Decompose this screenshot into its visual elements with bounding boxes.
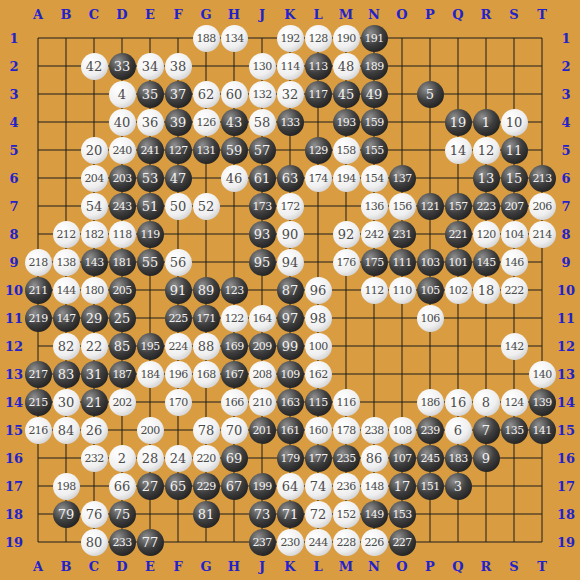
stone-N6[interactable]: 154 xyxy=(361,165,388,192)
stone-K4[interactable]: 133 xyxy=(277,109,304,136)
stone-H14[interactable]: 166 xyxy=(221,389,248,416)
stone-C2[interactable]: 42 xyxy=(81,53,108,80)
move-number: 101 xyxy=(448,257,467,268)
stone-S12[interactable]: 142 xyxy=(501,333,528,360)
move-number: 119 xyxy=(140,229,159,240)
stone-K15[interactable]: 161 xyxy=(277,417,304,444)
row-label-right-11: 11 xyxy=(557,311,575,326)
go-board[interactable]: AABBCCDDEEFFGGHHJJKKLLMMNNOOPPQQRRSSTT11… xyxy=(0,0,580,580)
stone-J14[interactable]: 210 xyxy=(249,389,276,416)
move-number: 210 xyxy=(252,397,271,408)
stone-B18[interactable]: 79 xyxy=(53,501,80,528)
stone-H16[interactable]: 69 xyxy=(221,445,248,472)
move-number: 29 xyxy=(86,312,103,325)
row-label-left-7: 7 xyxy=(9,199,18,214)
stone-G13[interactable]: 168 xyxy=(193,361,220,388)
stone-C10[interactable]: 180 xyxy=(81,277,108,304)
stone-N4[interactable]: 159 xyxy=(361,109,388,136)
move-number: 240 xyxy=(112,145,131,156)
stone-P7[interactable]: 121 xyxy=(417,193,444,220)
stone-K19[interactable]: 230 xyxy=(277,529,304,556)
stone-M6[interactable]: 194 xyxy=(333,165,360,192)
column-label-top-L: L xyxy=(313,7,322,22)
stone-K9[interactable]: 94 xyxy=(277,249,304,276)
stone-B15[interactable]: 84 xyxy=(53,417,80,444)
stone-G4[interactable]: 126 xyxy=(193,109,220,136)
move-number: 221 xyxy=(448,229,467,240)
stone-N2[interactable]: 189 xyxy=(361,53,388,80)
stone-G11[interactable]: 171 xyxy=(193,305,220,332)
stone-M9[interactable]: 176 xyxy=(333,249,360,276)
stone-G12[interactable]: 88 xyxy=(193,333,220,360)
stone-F10[interactable]: 91 xyxy=(165,277,192,304)
stone-K3[interactable]: 32 xyxy=(277,81,304,108)
stone-Q4[interactable]: 19 xyxy=(445,109,472,136)
stone-D18[interactable]: 75 xyxy=(109,501,136,528)
stone-E19[interactable]: 77 xyxy=(137,529,164,556)
stone-P9[interactable]: 103 xyxy=(417,249,444,276)
stone-H13[interactable]: 167 xyxy=(221,361,248,388)
move-number: 45 xyxy=(338,88,355,101)
move-number: 47 xyxy=(170,172,187,185)
stone-H10[interactable]: 123 xyxy=(221,277,248,304)
stone-B11[interactable]: 147 xyxy=(53,305,80,332)
move-number: 71 xyxy=(282,508,299,521)
stone-J8[interactable]: 93 xyxy=(249,221,276,248)
move-number: 118 xyxy=(112,229,131,240)
move-number: 124 xyxy=(504,397,523,408)
stone-F3[interactable]: 37 xyxy=(165,81,192,108)
stone-S15[interactable]: 135 xyxy=(501,417,528,444)
stone-C11[interactable]: 29 xyxy=(81,305,108,332)
stone-C18[interactable]: 76 xyxy=(81,501,108,528)
move-number: 116 xyxy=(336,397,355,408)
move-number: 194 xyxy=(336,173,355,184)
move-number: 184 xyxy=(140,369,159,380)
stone-H3[interactable]: 60 xyxy=(221,81,248,108)
stone-S8[interactable]: 104 xyxy=(501,221,528,248)
stone-N8[interactable]: 242 xyxy=(361,221,388,248)
stone-O10[interactable]: 110 xyxy=(389,277,416,304)
stone-R8[interactable]: 120 xyxy=(473,221,500,248)
stone-E6[interactable]: 53 xyxy=(137,165,164,192)
stone-C5[interactable]: 20 xyxy=(81,137,108,164)
stone-R14[interactable]: 8 xyxy=(473,389,500,416)
stone-F6[interactable]: 47 xyxy=(165,165,192,192)
stone-C7[interactable]: 54 xyxy=(81,193,108,220)
stone-D12[interactable]: 85 xyxy=(109,333,136,360)
move-number: 40 xyxy=(114,116,131,129)
stone-J4[interactable]: 58 xyxy=(249,109,276,136)
stone-O16[interactable]: 107 xyxy=(389,445,416,472)
stone-N16[interactable]: 86 xyxy=(361,445,388,472)
move-number: 172 xyxy=(280,201,299,212)
stone-D19[interactable]: 233 xyxy=(109,529,136,556)
stone-R4[interactable]: 1 xyxy=(473,109,500,136)
stone-M16[interactable]: 235 xyxy=(333,445,360,472)
stone-C6[interactable]: 204 xyxy=(81,165,108,192)
stone-B9[interactable]: 138 xyxy=(53,249,80,276)
stone-L13[interactable]: 162 xyxy=(305,361,332,388)
stone-D4[interactable]: 40 xyxy=(109,109,136,136)
stone-E4[interactable]: 36 xyxy=(137,109,164,136)
stone-N18[interactable]: 149 xyxy=(361,501,388,528)
stone-F4[interactable]: 39 xyxy=(165,109,192,136)
stone-K13[interactable]: 109 xyxy=(277,361,304,388)
stone-H5[interactable]: 59 xyxy=(221,137,248,164)
move-number: 85 xyxy=(114,340,131,353)
stone-L3[interactable]: 117 xyxy=(305,81,332,108)
stone-Q7[interactable]: 157 xyxy=(445,193,472,220)
move-number: 65 xyxy=(170,480,187,493)
stone-S5[interactable]: 11 xyxy=(501,137,528,164)
stone-J2[interactable]: 130 xyxy=(249,53,276,80)
stone-K12[interactable]: 99 xyxy=(277,333,304,360)
stone-K14[interactable]: 163 xyxy=(277,389,304,416)
stone-N7[interactable]: 136 xyxy=(361,193,388,220)
stone-J17[interactable]: 199 xyxy=(249,473,276,500)
move-number: 69 xyxy=(226,452,243,465)
move-number: 238 xyxy=(364,425,383,436)
stone-C8[interactable]: 182 xyxy=(81,221,108,248)
stone-F9[interactable]: 56 xyxy=(165,249,192,276)
stone-G1[interactable]: 188 xyxy=(193,25,220,52)
stone-D3[interactable]: 4 xyxy=(109,81,136,108)
stone-M3[interactable]: 45 xyxy=(333,81,360,108)
stone-H11[interactable]: 122 xyxy=(221,305,248,332)
stone-B8[interactable]: 212 xyxy=(53,221,80,248)
stone-T6[interactable]: 213 xyxy=(529,165,556,192)
stone-D7[interactable]: 243 xyxy=(109,193,136,220)
stone-C19[interactable]: 80 xyxy=(81,529,108,556)
stone-E5[interactable]: 241 xyxy=(137,137,164,164)
stone-J7[interactable]: 173 xyxy=(249,193,276,220)
move-number: 55 xyxy=(142,256,159,269)
stone-O8[interactable]: 231 xyxy=(389,221,416,248)
stone-N19[interactable]: 226 xyxy=(361,529,388,556)
stone-D8[interactable]: 118 xyxy=(109,221,136,248)
move-number: 61 xyxy=(254,172,271,185)
stone-A9[interactable]: 218 xyxy=(25,249,52,276)
move-number: 114 xyxy=(280,61,299,72)
row-label-left-8: 8 xyxy=(9,227,18,242)
move-number: 9 xyxy=(482,452,490,465)
stone-N9[interactable]: 175 xyxy=(361,249,388,276)
stone-T8[interactable]: 214 xyxy=(529,221,556,248)
move-number: 26 xyxy=(86,424,103,437)
column-label-bottom-L: L xyxy=(313,559,322,574)
stone-F12[interactable]: 224 xyxy=(165,333,192,360)
move-number: 174 xyxy=(308,173,327,184)
stone-O18[interactable]: 153 xyxy=(389,501,416,528)
stone-B10[interactable]: 144 xyxy=(53,277,80,304)
stone-N3[interactable]: 49 xyxy=(361,81,388,108)
stone-B12[interactable]: 82 xyxy=(53,333,80,360)
stone-G5[interactable]: 131 xyxy=(193,137,220,164)
stone-Q8[interactable]: 221 xyxy=(445,221,472,248)
stone-A13[interactable]: 217 xyxy=(25,361,52,388)
stone-G7[interactable]: 52 xyxy=(193,193,220,220)
stone-D9[interactable]: 181 xyxy=(109,249,136,276)
stone-L17[interactable]: 74 xyxy=(305,473,332,500)
stone-C16[interactable]: 232 xyxy=(81,445,108,472)
stone-Q16[interactable]: 183 xyxy=(445,445,472,472)
stone-E8[interactable]: 119 xyxy=(137,221,164,248)
stone-R6[interactable]: 13 xyxy=(473,165,500,192)
stone-O6[interactable]: 137 xyxy=(389,165,416,192)
stone-N10[interactable]: 112 xyxy=(361,277,388,304)
stone-N17[interactable]: 148 xyxy=(361,473,388,500)
stone-A10[interactable]: 211 xyxy=(25,277,52,304)
stone-L11[interactable]: 98 xyxy=(305,305,332,332)
stone-J6[interactable]: 61 xyxy=(249,165,276,192)
stone-J19[interactable]: 237 xyxy=(249,529,276,556)
stone-D14[interactable]: 202 xyxy=(109,389,136,416)
stone-F7[interactable]: 50 xyxy=(165,193,192,220)
stone-H17[interactable]: 67 xyxy=(221,473,248,500)
stone-K1[interactable]: 192 xyxy=(277,25,304,52)
stone-Q17[interactable]: 3 xyxy=(445,473,472,500)
stone-E16[interactable]: 28 xyxy=(137,445,164,472)
stone-E17[interactable]: 27 xyxy=(137,473,164,500)
stone-J9[interactable]: 95 xyxy=(249,249,276,276)
stone-H4[interactable]: 43 xyxy=(221,109,248,136)
stone-J18[interactable]: 73 xyxy=(249,501,276,528)
row-label-right-15: 15 xyxy=(557,423,575,438)
move-number: 218 xyxy=(28,257,47,268)
move-number: 98 xyxy=(310,312,327,325)
stone-M8[interactable]: 92 xyxy=(333,221,360,248)
stone-D2[interactable]: 33 xyxy=(109,53,136,80)
stone-Q15[interactable]: 6 xyxy=(445,417,472,444)
stone-S14[interactable]: 124 xyxy=(501,389,528,416)
stone-C13[interactable]: 31 xyxy=(81,361,108,388)
stone-J13[interactable]: 208 xyxy=(249,361,276,388)
stone-M1[interactable]: 190 xyxy=(333,25,360,52)
stone-M15[interactable]: 178 xyxy=(333,417,360,444)
stone-N5[interactable]: 155 xyxy=(361,137,388,164)
move-number: 127 xyxy=(168,145,187,156)
stone-O19[interactable]: 227 xyxy=(389,529,416,556)
stone-K11[interactable]: 97 xyxy=(277,305,304,332)
stone-F5[interactable]: 127 xyxy=(165,137,192,164)
stone-G3[interactable]: 62 xyxy=(193,81,220,108)
stone-P16[interactable]: 245 xyxy=(417,445,444,472)
stone-T7[interactable]: 206 xyxy=(529,193,556,220)
stone-G15[interactable]: 78 xyxy=(193,417,220,444)
stone-T13[interactable]: 140 xyxy=(529,361,556,388)
move-number: 88 xyxy=(198,340,215,353)
stone-R5[interactable]: 12 xyxy=(473,137,500,164)
move-number: 222 xyxy=(504,285,523,296)
stone-H6[interactable]: 46 xyxy=(221,165,248,192)
stone-J3[interactable]: 132 xyxy=(249,81,276,108)
stone-S6[interactable]: 15 xyxy=(501,165,528,192)
stone-E13[interactable]: 184 xyxy=(137,361,164,388)
stone-F11[interactable]: 225 xyxy=(165,305,192,332)
stone-M14[interactable]: 116 xyxy=(333,389,360,416)
move-number: 17 xyxy=(394,480,411,493)
move-number: 66 xyxy=(114,480,131,493)
stone-Q5[interactable]: 14 xyxy=(445,137,472,164)
stone-L18[interactable]: 72 xyxy=(305,501,332,528)
stone-P11[interactable]: 106 xyxy=(417,305,444,332)
stone-L12[interactable]: 100 xyxy=(305,333,332,360)
move-number: 189 xyxy=(364,61,383,72)
stone-G18[interactable]: 81 xyxy=(193,501,220,528)
stone-L10[interactable]: 96 xyxy=(305,277,332,304)
stone-D11[interactable]: 25 xyxy=(109,305,136,332)
stone-B17[interactable]: 198 xyxy=(53,473,80,500)
stone-B13[interactable]: 83 xyxy=(53,361,80,388)
stone-K10[interactable]: 87 xyxy=(277,277,304,304)
stone-F16[interactable]: 24 xyxy=(165,445,192,472)
stone-O17[interactable]: 17 xyxy=(389,473,416,500)
move-number: 153 xyxy=(392,509,411,520)
move-number: 43 xyxy=(226,116,243,129)
stone-N1[interactable]: 191 xyxy=(361,25,388,52)
stone-D10[interactable]: 205 xyxy=(109,277,136,304)
stone-J15[interactable]: 201 xyxy=(249,417,276,444)
stone-M17[interactable]: 236 xyxy=(333,473,360,500)
stone-D13[interactable]: 187 xyxy=(109,361,136,388)
move-number: 21 xyxy=(86,396,103,409)
column-label-bottom-J: J xyxy=(259,559,265,574)
stone-O7[interactable]: 156 xyxy=(389,193,416,220)
row-label-right-4: 4 xyxy=(561,115,570,130)
stone-A15[interactable]: 216 xyxy=(25,417,52,444)
stone-L16[interactable]: 177 xyxy=(305,445,332,472)
stone-M19[interactable]: 228 xyxy=(333,529,360,556)
stone-O9[interactable]: 111 xyxy=(389,249,416,276)
stone-C15[interactable]: 26 xyxy=(81,417,108,444)
row-label-right-17: 17 xyxy=(557,479,575,494)
stone-Q9[interactable]: 101 xyxy=(445,249,472,276)
stone-E12[interactable]: 195 xyxy=(137,333,164,360)
stone-E15[interactable]: 200 xyxy=(137,417,164,444)
stone-G10[interactable]: 89 xyxy=(193,277,220,304)
stone-P10[interactable]: 105 xyxy=(417,277,444,304)
column-label-top-A: A xyxy=(33,7,43,22)
stone-K16[interactable]: 179 xyxy=(277,445,304,472)
stone-S10[interactable]: 222 xyxy=(501,277,528,304)
stone-S9[interactable]: 146 xyxy=(501,249,528,276)
stone-P15[interactable]: 239 xyxy=(417,417,444,444)
stone-N15[interactable]: 238 xyxy=(361,417,388,444)
move-number: 99 xyxy=(282,340,299,353)
stone-T15[interactable]: 141 xyxy=(529,417,556,444)
move-number: 226 xyxy=(364,537,383,548)
stone-R15[interactable]: 7 xyxy=(473,417,500,444)
stone-L1[interactable]: 128 xyxy=(305,25,332,52)
stone-L6[interactable]: 174 xyxy=(305,165,332,192)
stone-G16[interactable]: 220 xyxy=(193,445,220,472)
stone-F14[interactable]: 170 xyxy=(165,389,192,416)
stone-K17[interactable]: 64 xyxy=(277,473,304,500)
stone-R7[interactable]: 223 xyxy=(473,193,500,220)
stone-K18[interactable]: 71 xyxy=(277,501,304,528)
stone-L14[interactable]: 115 xyxy=(305,389,332,416)
stone-G17[interactable]: 229 xyxy=(193,473,220,500)
stone-D6[interactable]: 203 xyxy=(109,165,136,192)
stone-S4[interactable]: 10 xyxy=(501,109,528,136)
stone-Q10[interactable]: 102 xyxy=(445,277,472,304)
move-number: 140 xyxy=(532,369,551,380)
stone-F2[interactable]: 38 xyxy=(165,53,192,80)
row-label-left-3: 3 xyxy=(9,87,18,102)
stone-L19[interactable]: 244 xyxy=(305,529,332,556)
stone-T14[interactable]: 139 xyxy=(529,389,556,416)
move-number: 156 xyxy=(392,201,411,212)
move-number: 131 xyxy=(196,145,215,156)
stone-C14[interactable]: 21 xyxy=(81,389,108,416)
move-number: 30 xyxy=(58,396,75,409)
stone-K8[interactable]: 90 xyxy=(277,221,304,248)
move-number: 108 xyxy=(392,425,411,436)
move-number: 53 xyxy=(142,172,159,185)
stone-E2[interactable]: 34 xyxy=(137,53,164,80)
stone-E3[interactable]: 35 xyxy=(137,81,164,108)
stone-M18[interactable]: 152 xyxy=(333,501,360,528)
stone-D5[interactable]: 240 xyxy=(109,137,136,164)
stone-F13[interactable]: 196 xyxy=(165,361,192,388)
move-number: 46 xyxy=(226,172,243,185)
stone-M4[interactable]: 193 xyxy=(333,109,360,136)
move-number: 111 xyxy=(392,257,411,268)
stone-K2[interactable]: 114 xyxy=(277,53,304,80)
stone-H1[interactable]: 134 xyxy=(221,25,248,52)
row-label-left-1: 1 xyxy=(9,31,18,46)
stone-E7[interactable]: 51 xyxy=(137,193,164,220)
stone-A11[interactable]: 219 xyxy=(25,305,52,332)
stone-H15[interactable]: 70 xyxy=(221,417,248,444)
stone-R16[interactable]: 9 xyxy=(473,445,500,472)
stone-F17[interactable]: 65 xyxy=(165,473,192,500)
move-number: 146 xyxy=(504,257,523,268)
move-number: 80 xyxy=(86,536,103,549)
stone-K7[interactable]: 172 xyxy=(277,193,304,220)
stone-A14[interactable]: 215 xyxy=(25,389,52,416)
stone-D16[interactable]: 2 xyxy=(109,445,136,472)
column-label-bottom-G: G xyxy=(200,559,211,574)
stone-K6[interactable]: 63 xyxy=(277,165,304,192)
stone-H12[interactable]: 169 xyxy=(221,333,248,360)
stone-J11[interactable]: 164 xyxy=(249,305,276,332)
stone-P17[interactable]: 151 xyxy=(417,473,444,500)
stone-B14[interactable]: 30 xyxy=(53,389,80,416)
stone-C9[interactable]: 143 xyxy=(81,249,108,276)
stone-J5[interactable]: 57 xyxy=(249,137,276,164)
stone-R9[interactable]: 145 xyxy=(473,249,500,276)
stone-C12[interactable]: 22 xyxy=(81,333,108,360)
stone-R10[interactable]: 18 xyxy=(473,277,500,304)
stone-J12[interactable]: 209 xyxy=(249,333,276,360)
stone-P14[interactable]: 186 xyxy=(417,389,444,416)
move-number: 94 xyxy=(282,256,299,269)
stone-S7[interactable]: 207 xyxy=(501,193,528,220)
stone-L5[interactable]: 129 xyxy=(305,137,332,164)
move-number: 205 xyxy=(112,285,131,296)
stone-D17[interactable]: 66 xyxy=(109,473,136,500)
stone-L2[interactable]: 113 xyxy=(305,53,332,80)
stone-Q14[interactable]: 16 xyxy=(445,389,472,416)
stone-L15[interactable]: 160 xyxy=(305,417,332,444)
stone-P3[interactable]: 5 xyxy=(417,81,444,108)
stone-E9[interactable]: 55 xyxy=(137,249,164,276)
stone-M2[interactable]: 48 xyxy=(333,53,360,80)
stone-M5[interactable]: 158 xyxy=(333,137,360,164)
stone-O15[interactable]: 108 xyxy=(389,417,416,444)
